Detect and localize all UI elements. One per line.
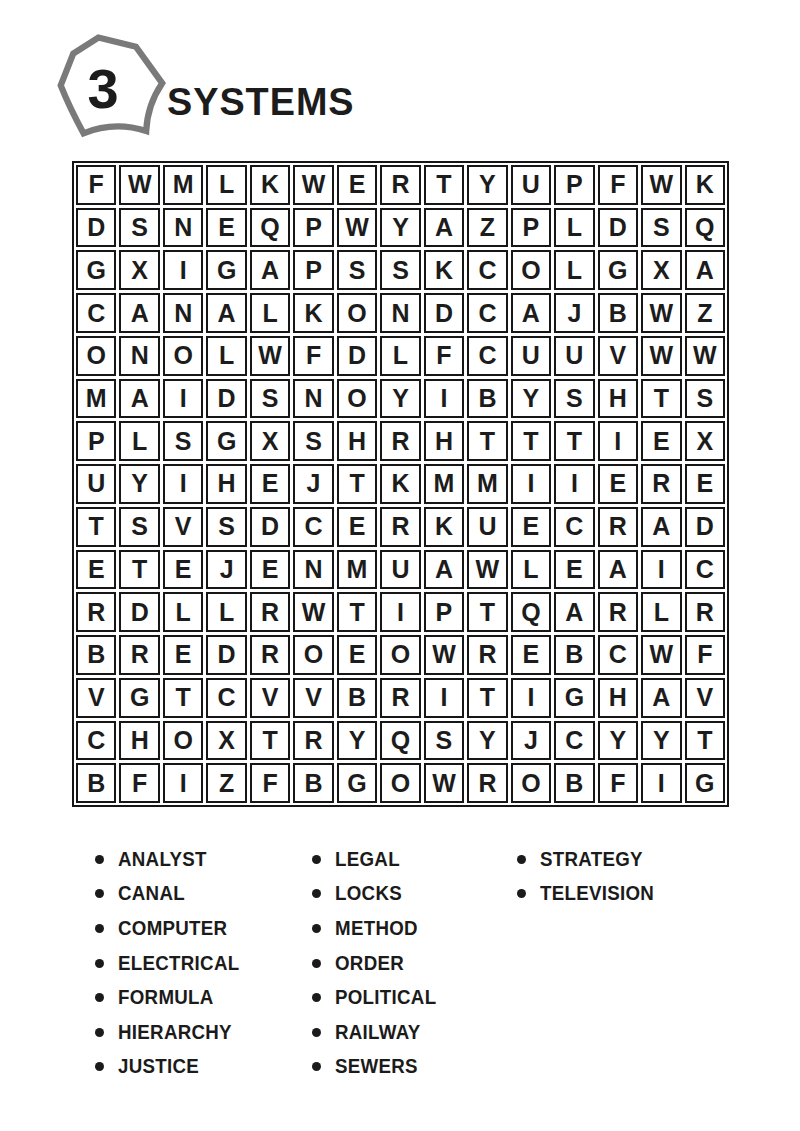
grid-cell[interactable]: E <box>163 635 203 675</box>
grid-cell[interactable]: C <box>206 678 246 718</box>
grid-cell[interactable]: K <box>380 464 420 504</box>
bullet-icon <box>312 993 321 1002</box>
grid-cell[interactable]: V <box>76 678 116 718</box>
grid-cell[interactable]: E <box>337 165 377 205</box>
grid-cell[interactable]: S <box>119 507 159 547</box>
grid-cell[interactable]: R <box>467 635 507 675</box>
grid-cell[interactable]: K <box>424 250 464 290</box>
grid-cell[interactable]: F <box>293 336 333 376</box>
grid-cell[interactable]: T <box>76 507 116 547</box>
grid-cell[interactable]: Y <box>380 208 420 248</box>
bullet-icon <box>95 889 104 898</box>
grid-cell[interactable]: T <box>685 721 725 761</box>
grid-cell[interactable]: E <box>76 550 116 590</box>
bullet-icon <box>95 993 104 1002</box>
grid-cell[interactable]: O <box>337 293 377 333</box>
grid-cell[interactable]: S <box>337 250 377 290</box>
grid-cell[interactable]: F <box>250 763 290 803</box>
grid-cell[interactable]: G <box>206 421 246 461</box>
bullet-icon <box>95 855 104 864</box>
grid-cell[interactable]: N <box>163 208 203 248</box>
word-list-item: TELEVISION <box>517 877 659 912</box>
grid-cell[interactable]: G <box>119 678 159 718</box>
grid-cell[interactable]: W <box>424 635 464 675</box>
grid-cell[interactable]: S <box>685 379 725 419</box>
grid-cell[interactable]: C <box>467 250 507 290</box>
grid-cell[interactable]: R <box>293 721 333 761</box>
grid-cell[interactable]: B <box>554 763 594 803</box>
grid-cell[interactable]: D <box>76 208 116 248</box>
grid-cell[interactable]: L <box>163 592 203 632</box>
grid-cell[interactable]: I <box>424 379 464 419</box>
word-list-column: ANALYSTCANALCOMPUTERELECTRICALFORMULAHIE… <box>95 842 312 1084</box>
grid-cell[interactable]: Z <box>467 208 507 248</box>
grid-cell[interactable]: H <box>598 379 638 419</box>
grid-cell[interactable]: O <box>76 336 116 376</box>
word-label: COMPUTER <box>118 917 227 940</box>
grid-cell[interactable]: E <box>337 507 377 547</box>
grid-cell[interactable]: D <box>685 507 725 547</box>
grid-cell[interactable]: R <box>641 464 681 504</box>
grid-cell[interactable]: T <box>511 421 551 461</box>
grid-cell[interactable]: L <box>119 421 159 461</box>
grid-cell[interactable]: W <box>119 165 159 205</box>
grid-cell[interactable]: Q <box>685 208 725 248</box>
grid-cell[interactable]: R <box>598 507 638 547</box>
grid-cell[interactable]: I <box>163 379 203 419</box>
grid-cell[interactable]: S <box>250 379 290 419</box>
grid-cell[interactable]: H <box>119 721 159 761</box>
bullet-icon <box>95 1028 104 1037</box>
grid-cell[interactable]: A <box>554 592 594 632</box>
word-search-grid: FWMLKWERTYUPFWKDSNEQPWYAZPLDSQGXIGAPSSKC… <box>72 161 729 807</box>
grid-cell[interactable]: R <box>380 165 420 205</box>
grid-cell[interactable]: A <box>685 250 725 290</box>
grid-cell[interactable]: N <box>293 550 333 590</box>
grid-cell[interactable]: A <box>250 250 290 290</box>
grid-cell[interactable]: E <box>511 635 551 675</box>
grid-cell[interactable]: C <box>293 507 333 547</box>
grid-cell[interactable]: I <box>380 592 420 632</box>
page-title: SYSTEMS <box>167 80 355 124</box>
word-list-item: METHOD <box>312 911 517 946</box>
grid-cell[interactable]: O <box>380 763 420 803</box>
bullet-icon <box>312 959 321 968</box>
grid-cell[interactable]: E <box>163 550 203 590</box>
grid-cell[interactable]: U <box>511 336 551 376</box>
grid-cell[interactable]: B <box>598 293 638 333</box>
grid-cell[interactable]: T <box>119 550 159 590</box>
grid-cell[interactable]: Q <box>250 208 290 248</box>
word-list-item: RAILWAY <box>312 1015 517 1050</box>
grid-cell[interactable]: S <box>293 421 333 461</box>
grid-cell[interactable]: D <box>598 208 638 248</box>
grid-cell[interactable]: X <box>641 250 681 290</box>
grid-cell[interactable]: R <box>598 592 638 632</box>
grid-cell[interactable]: T <box>163 678 203 718</box>
grid-cell[interactable]: F <box>598 763 638 803</box>
word-label: RAILWAY <box>335 1021 421 1044</box>
grid-cell[interactable]: P <box>293 250 333 290</box>
grid-cell[interactable]: S <box>206 507 246 547</box>
grid-cell[interactable]: A <box>511 293 551 333</box>
grid-cell[interactable]: E <box>685 464 725 504</box>
grid-cell[interactable]: J <box>554 293 594 333</box>
grid-cell[interactable]: M <box>467 464 507 504</box>
grid-cell[interactable]: P <box>511 208 551 248</box>
grid-cell[interactable]: W <box>424 763 464 803</box>
grid-cell[interactable]: N <box>163 293 203 333</box>
grid-cell[interactable]: A <box>641 507 681 547</box>
word-label: ELECTRICAL <box>118 952 239 975</box>
grid-cell[interactable]: P <box>76 421 116 461</box>
puzzle-number-badge: 3 <box>54 33 170 147</box>
grid-cell[interactable]: G <box>337 763 377 803</box>
grid-cell[interactable]: M <box>76 379 116 419</box>
grid-cell[interactable]: T <box>337 464 377 504</box>
grid-cell[interactable]: S <box>424 721 464 761</box>
grid-cell[interactable]: I <box>641 550 681 590</box>
grid-cell[interactable]: U <box>76 464 116 504</box>
grid-cell[interactable]: J <box>206 550 246 590</box>
word-list-item: ORDER <box>312 946 517 981</box>
grid-cell[interactable]: E <box>511 507 551 547</box>
grid-cell[interactable]: Z <box>206 763 246 803</box>
grid-cell[interactable]: C <box>467 336 507 376</box>
grid-cell[interactable]: U <box>380 550 420 590</box>
grid-cell[interactable]: J <box>293 464 333 504</box>
grid-cell[interactable]: P <box>554 165 594 205</box>
grid-cell[interactable]: O <box>293 635 333 675</box>
word-label: ANALYST <box>118 848 207 871</box>
word-list-item: LOCKS <box>312 877 517 912</box>
grid-cell[interactable]: T <box>467 592 507 632</box>
grid-cell[interactable]: W <box>467 550 507 590</box>
grid-cell[interactable]: K <box>293 293 333 333</box>
grid-cell[interactable]: A <box>424 208 464 248</box>
grid-cell[interactable]: Y <box>598 721 638 761</box>
grid-cell[interactable]: C <box>467 293 507 333</box>
grid-cell[interactable]: M <box>337 550 377 590</box>
grid-cell[interactable]: R <box>250 635 290 675</box>
grid-cell[interactable]: I <box>598 421 638 461</box>
grid-cell[interactable]: U <box>554 336 594 376</box>
grid-cell[interactable]: W <box>293 592 333 632</box>
grid-cell[interactable]: G <box>554 678 594 718</box>
grid-cell[interactable]: D <box>206 379 246 419</box>
grid-cell[interactable]: C <box>554 721 594 761</box>
grid-cell[interactable]: O <box>511 763 551 803</box>
bullet-icon <box>312 1028 321 1037</box>
grid-cell[interactable]: L <box>554 250 594 290</box>
grid-cell[interactable]: V <box>163 507 203 547</box>
grid-cell[interactable]: T <box>641 379 681 419</box>
grid-cell[interactable]: F <box>424 336 464 376</box>
grid-cell[interactable]: P <box>424 592 464 632</box>
grid-cell[interactable]: J <box>511 721 551 761</box>
grid-cell[interactable]: I <box>554 464 594 504</box>
grid-cell[interactable]: A <box>206 293 246 333</box>
bullet-icon <box>95 959 104 968</box>
grid-cell[interactable]: W <box>641 635 681 675</box>
grid-cell[interactable]: T <box>467 421 507 461</box>
word-list-item: JUSTICE <box>95 1050 312 1085</box>
grid-cell[interactable]: I <box>641 763 681 803</box>
grid-cell[interactable]: G <box>76 250 116 290</box>
grid-cell[interactable]: L <box>250 293 290 333</box>
grid-cell[interactable]: Y <box>380 379 420 419</box>
grid-cell[interactable]: U <box>467 507 507 547</box>
word-label: JUSTICE <box>118 1055 199 1078</box>
grid-cell[interactable]: H <box>337 421 377 461</box>
grid-cell[interactable]: H <box>598 678 638 718</box>
grid-cell[interactable]: L <box>380 336 420 376</box>
grid-cell[interactable]: L <box>206 336 246 376</box>
grid-cell[interactable]: R <box>250 592 290 632</box>
bullet-icon <box>517 889 526 898</box>
grid-cell[interactable]: D <box>119 592 159 632</box>
grid-cell[interactable]: I <box>511 678 551 718</box>
word-list-column: STRATEGYTELEVISION <box>517 842 659 911</box>
grid-cell[interactable]: P <box>293 208 333 248</box>
grid-cell[interactable]: S <box>641 208 681 248</box>
grid-cell[interactable]: H <box>206 464 246 504</box>
grid-cell[interactable]: O <box>163 336 203 376</box>
grid-cell[interactable]: O <box>337 379 377 419</box>
grid-cell[interactable]: L <box>641 592 681 632</box>
grid-cell[interactable]: A <box>119 293 159 333</box>
grid-cell[interactable]: S <box>554 379 594 419</box>
word-list-item: ANALYST <box>95 842 312 877</box>
grid-cell[interactable]: E <box>250 550 290 590</box>
word-label: FORMULA <box>118 986 214 1009</box>
bullet-icon <box>312 1062 321 1071</box>
grid-cell[interactable]: L <box>511 550 551 590</box>
word-label: CANAL <box>118 882 185 905</box>
grid-cell[interactable]: L <box>206 165 246 205</box>
grid-cell[interactable]: Y <box>511 379 551 419</box>
word-list-item: COMPUTER <box>95 911 312 946</box>
grid-cell[interactable]: W <box>337 208 377 248</box>
bullet-icon <box>312 924 321 933</box>
word-label: TELEVISION <box>540 882 654 905</box>
word-label: STRATEGY <box>540 848 643 871</box>
grid-cell[interactable]: F <box>119 763 159 803</box>
grid-cell[interactable]: N <box>380 293 420 333</box>
grid-cell[interactable]: V <box>293 678 333 718</box>
grid-cell[interactable]: E <box>206 208 246 248</box>
word-list-item: FORMULA <box>95 980 312 1015</box>
grid-cell[interactable]: E <box>641 421 681 461</box>
grid-cell[interactable]: X <box>250 421 290 461</box>
grid-cell[interactable]: N <box>119 336 159 376</box>
grid-cell[interactable]: I <box>424 678 464 718</box>
grid-cell[interactable]: O <box>380 635 420 675</box>
grid-cell[interactable]: T <box>467 678 507 718</box>
grid-cell[interactable]: M <box>424 464 464 504</box>
grid-cell[interactable]: T <box>554 421 594 461</box>
word-list-item: SEWERS <box>312 1050 517 1085</box>
grid-cell[interactable]: X <box>685 421 725 461</box>
grid-cell[interactable]: R <box>380 678 420 718</box>
grid-cell[interactable]: W <box>293 165 333 205</box>
grid-cell[interactable]: X <box>119 250 159 290</box>
grid-cell[interactable]: B <box>293 763 333 803</box>
grid-cell[interactable]: I <box>511 464 551 504</box>
grid-cell[interactable]: G <box>598 250 638 290</box>
grid-cell[interactable]: G <box>206 250 246 290</box>
grid-cell[interactable]: R <box>467 763 507 803</box>
word-label: POLITICAL <box>335 986 436 1009</box>
word-label: LOCKS <box>335 882 402 905</box>
grid-cell[interactable]: A <box>598 550 638 590</box>
bullet-icon <box>95 924 104 933</box>
bullet-icon <box>517 855 526 864</box>
grid-cell[interactable]: K <box>250 165 290 205</box>
grid-cell[interactable]: E <box>554 550 594 590</box>
word-list-item: LEGAL <box>312 842 517 877</box>
grid-cell[interactable]: S <box>119 208 159 248</box>
grid-cell[interactable]: S <box>163 421 203 461</box>
grid-cell[interactable]: X <box>206 721 246 761</box>
word-list-item: STRATEGY <box>517 842 659 877</box>
grid-cell[interactable]: L <box>554 208 594 248</box>
grid-cell[interactable]: C <box>76 721 116 761</box>
grid-cell[interactable]: D <box>206 635 246 675</box>
grid-cell[interactable]: I <box>163 464 203 504</box>
grid-cell[interactable]: H <box>424 421 464 461</box>
bullet-icon <box>312 855 321 864</box>
grid-cell[interactable]: Y <box>337 721 377 761</box>
grid-cell[interactable]: O <box>511 250 551 290</box>
grid-cell[interactable]: A <box>641 678 681 718</box>
grid-cell[interactable]: D <box>250 507 290 547</box>
grid-cell[interactable]: V <box>685 678 725 718</box>
grid-cell[interactable]: R <box>76 592 116 632</box>
word-list-item: CANAL <box>95 877 312 912</box>
word-label: HIERARCHY <box>118 1021 232 1044</box>
grid-cell[interactable]: B <box>554 635 594 675</box>
grid-cell[interactable]: G <box>685 763 725 803</box>
grid-cell[interactable]: B <box>76 635 116 675</box>
grid-cell[interactable]: V <box>598 336 638 376</box>
grid-cell[interactable]: S <box>380 250 420 290</box>
word-label: LEGAL <box>335 848 400 871</box>
grid-cell[interactable]: T <box>250 721 290 761</box>
grid-cell[interactable]: E <box>598 464 638 504</box>
grid-cell[interactable]: F <box>685 635 725 675</box>
word-list-item: POLITICAL <box>312 980 517 1015</box>
word-list-item: HIERARCHY <box>95 1015 312 1050</box>
grid-cell[interactable]: R <box>380 421 420 461</box>
grid-cell[interactable]: A <box>119 379 159 419</box>
grid-cell[interactable]: U <box>511 165 551 205</box>
grid-cell[interactable]: W <box>641 165 681 205</box>
word-list-column: LEGALLOCKSMETHODORDERPOLITICALRAILWAYSEW… <box>312 842 517 1084</box>
grid-cell[interactable]: T <box>424 165 464 205</box>
grid-cell[interactable]: Q <box>380 721 420 761</box>
grid-cell[interactable]: R <box>380 507 420 547</box>
grid-cell[interactable]: C <box>76 293 116 333</box>
grid-cell[interactable]: I <box>163 763 203 803</box>
bullet-icon <box>95 1062 104 1071</box>
word-list-item: ELECTRICAL <box>95 946 312 981</box>
grid-cell[interactable]: Z <box>685 293 725 333</box>
grid-cell[interactable]: W <box>641 293 681 333</box>
grid-cell[interactable]: D <box>424 293 464 333</box>
grid-cell[interactable]: Y <box>119 464 159 504</box>
grid-cell[interactable]: C <box>598 635 638 675</box>
grid-cell[interactable]: N <box>293 379 333 419</box>
grid-cell[interactable]: M <box>163 165 203 205</box>
grid-cell[interactable]: Q <box>511 592 551 632</box>
grid-cell[interactable]: W <box>641 336 681 376</box>
grid-cell[interactable]: K <box>685 165 725 205</box>
grid-cell[interactable]: B <box>337 678 377 718</box>
grid-cell[interactable]: D <box>337 336 377 376</box>
grid-cell[interactable]: V <box>250 678 290 718</box>
word-label: METHOD <box>335 917 418 940</box>
grid-cell[interactable]: R <box>685 592 725 632</box>
word-label: SEWERS <box>335 1055 418 1078</box>
grid-cell[interactable]: B <box>76 763 116 803</box>
grid-cell[interactable]: E <box>337 635 377 675</box>
grid-cell[interactable]: Y <box>641 721 681 761</box>
grid-cell[interactable]: C <box>554 507 594 547</box>
grid-cell[interactable]: I <box>163 250 203 290</box>
grid-cell[interactable]: Y <box>467 165 507 205</box>
puzzle-number: 3 <box>54 33 170 147</box>
grid-cell[interactable]: R <box>119 635 159 675</box>
grid-cell[interactable]: F <box>76 165 116 205</box>
grid-cell[interactable]: A <box>424 550 464 590</box>
grid-cell[interactable]: C <box>685 550 725 590</box>
grid-cell[interactable]: K <box>424 507 464 547</box>
grid-cell[interactable]: Y <box>467 721 507 761</box>
bullet-icon <box>312 889 321 898</box>
word-label: ORDER <box>335 952 404 975</box>
grid-cell[interactable]: W <box>685 336 725 376</box>
grid-cell[interactable]: W <box>250 336 290 376</box>
grid-cell[interactable]: T <box>337 592 377 632</box>
grid-cell[interactable]: L <box>206 592 246 632</box>
grid-cell[interactable]: O <box>163 721 203 761</box>
grid-cell[interactable]: B <box>467 379 507 419</box>
word-list: ANALYSTCANALCOMPUTERELECTRICALFORMULAHIE… <box>95 842 659 1084</box>
grid-cell[interactable]: E <box>250 464 290 504</box>
grid-cell[interactable]: F <box>598 165 638 205</box>
